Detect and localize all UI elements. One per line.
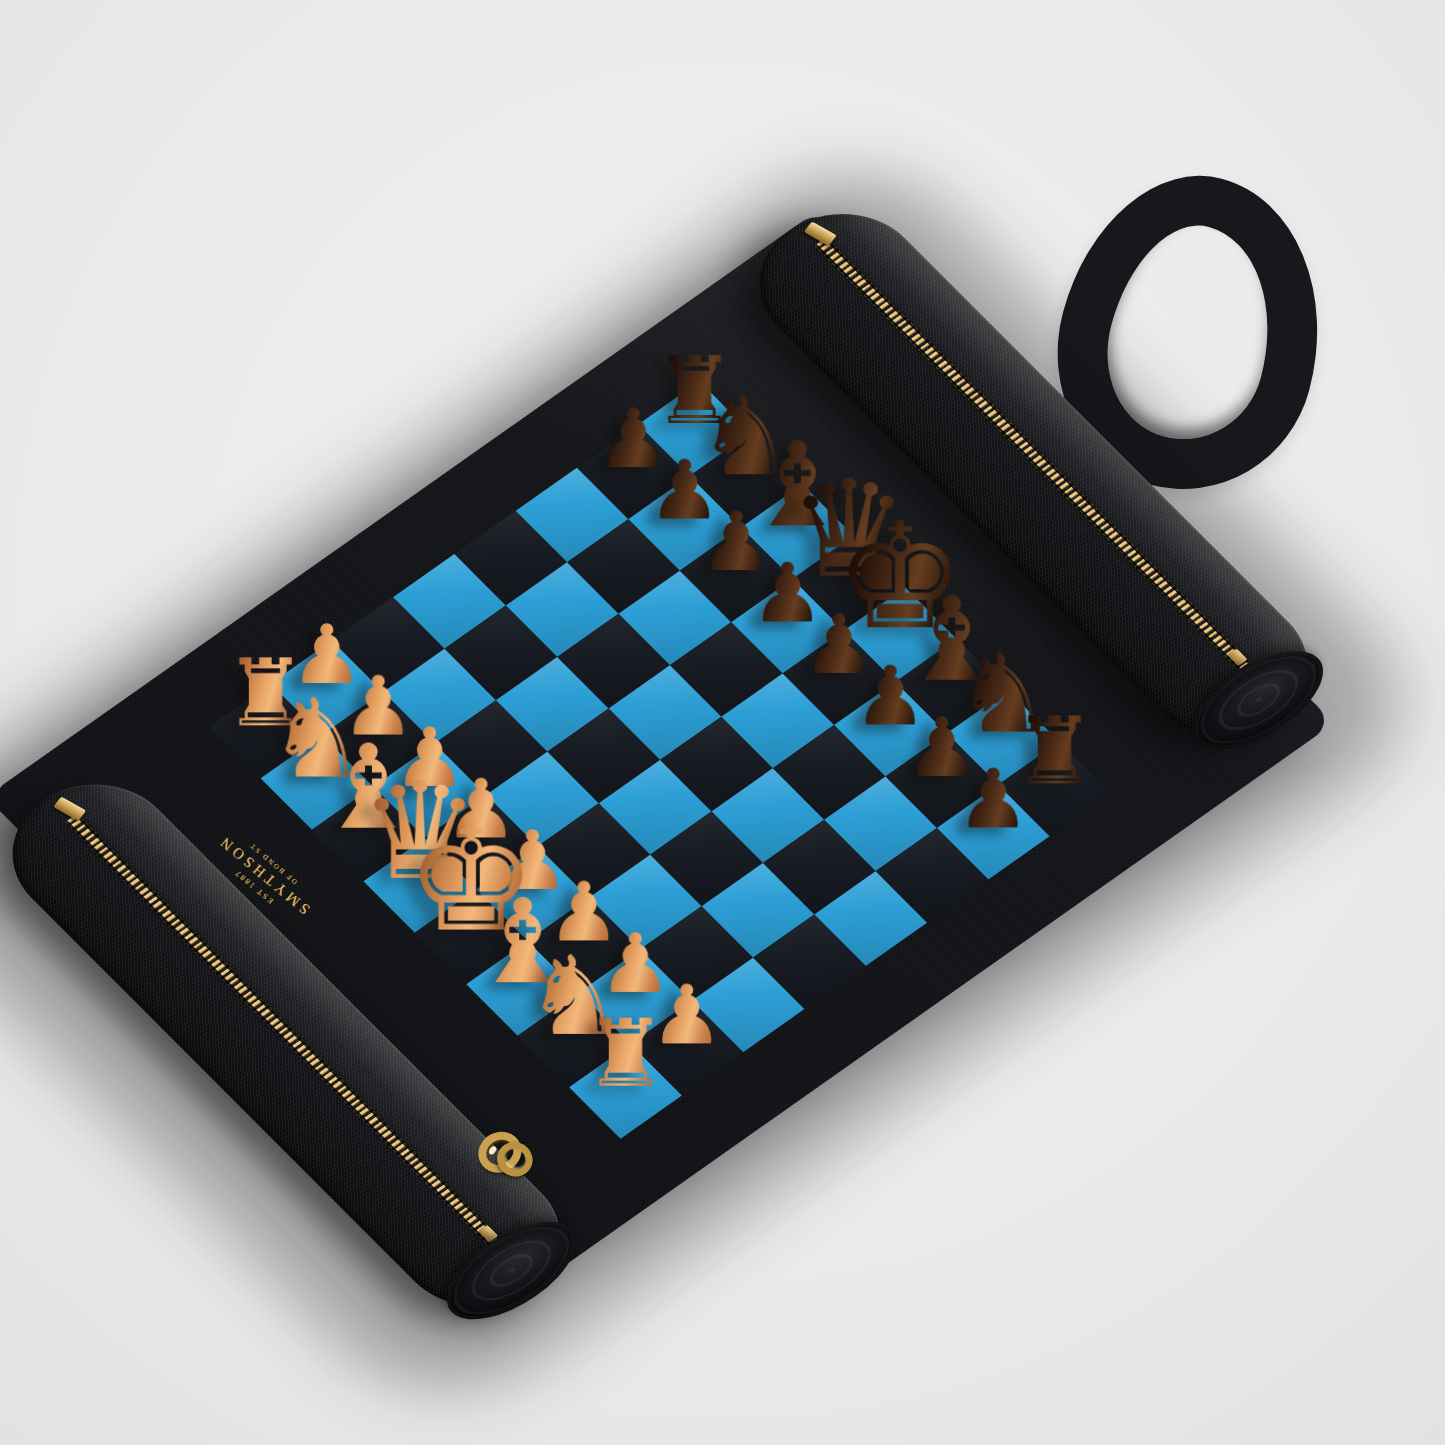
clasp-ring-icon[interactable] xyxy=(478,1129,532,1175)
piece-white-rook-h1[interactable]: ♜ xyxy=(584,1008,667,1101)
piece-black-pawn-h7[interactable]: ♟ xyxy=(956,758,1030,840)
product-photo-stage: ♜♞♝♛♚♝♞♜♟♟♟♟♟♟♟♟♟♟♟♟♟♟♟♟♜♞♝♛♚♝♞♜ EST 188… xyxy=(0,0,1445,1445)
